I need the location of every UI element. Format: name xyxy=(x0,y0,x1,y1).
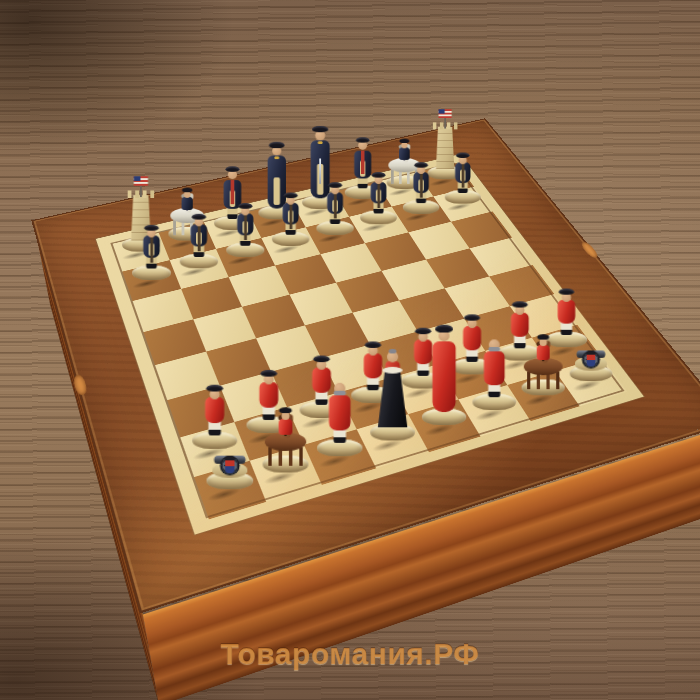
piece-white-rook-a1[interactable] xyxy=(203,422,257,489)
board-3d-scene xyxy=(78,40,622,584)
watermark-text: Товаромания.РФ xyxy=(0,637,700,671)
piece-black-pawn-h7[interactable] xyxy=(442,143,483,204)
piece-black-pawn-g7[interactable] xyxy=(400,152,442,214)
chess-board-box[interactable] xyxy=(31,118,700,613)
piece-black-pawn-b7[interactable] xyxy=(177,203,221,268)
piece-white-rook-h1[interactable] xyxy=(566,320,615,382)
piece-white-bishop-f1[interactable] xyxy=(469,316,519,410)
product-photo-scene: Товаромания.РФ xyxy=(0,0,700,700)
piece-white-king-e1[interactable] xyxy=(419,299,470,425)
piece-black-pawn-f7[interactable] xyxy=(357,162,399,225)
piece-white-queen-d1[interactable] xyxy=(367,320,418,441)
piece-black-pawn-a7[interactable] xyxy=(129,214,174,280)
piece-white-bishop-c1[interactable] xyxy=(314,359,366,456)
piece-white-knight-g1[interactable] xyxy=(518,312,568,396)
piece-black-pawn-e7[interactable] xyxy=(314,172,357,235)
lid-finger-notch-right xyxy=(579,241,600,259)
piece-black-pawn-d7[interactable] xyxy=(269,182,312,246)
piece-black-pawn-c7[interactable] xyxy=(223,193,267,258)
piece-white-knight-b1[interactable] xyxy=(259,383,312,473)
